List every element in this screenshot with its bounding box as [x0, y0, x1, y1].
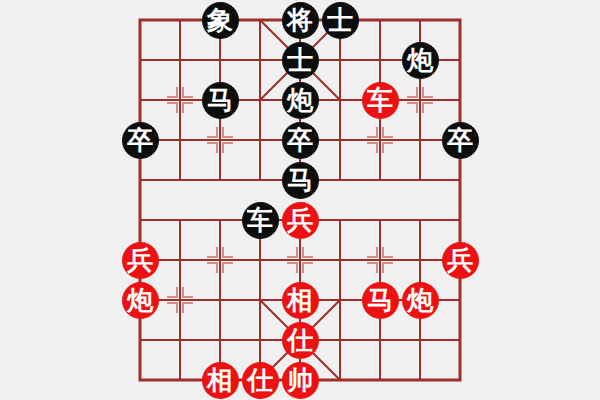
- piece-black-chariot[interactable]: 车: [242, 202, 279, 239]
- xiangqi-board[interactable]: 象将士士炮马炮车卒卒卒马车兵兵兵炮相马炮仕相仕帅: [0, 0, 600, 400]
- piece-red-cannon[interactable]: 炮: [122, 282, 159, 319]
- piece-red-advisor[interactable]: 仕: [242, 362, 279, 399]
- piece-red-chariot[interactable]: 车: [362, 82, 399, 119]
- piece-black-elephant[interactable]: 象: [202, 2, 239, 39]
- piece-black-soldier[interactable]: 卒: [122, 122, 159, 159]
- piece-black-cannon[interactable]: 炮: [402, 42, 439, 79]
- pieces-layer: 象将士士炮马炮车卒卒卒马车兵兵兵炮相马炮仕相仕帅: [0, 0, 600, 400]
- piece-black-horse[interactable]: 马: [282, 162, 319, 199]
- piece-red-advisor[interactable]: 仕: [282, 322, 319, 359]
- piece-red-elephant[interactable]: 相: [202, 362, 239, 399]
- piece-red-elephant[interactable]: 相: [282, 282, 319, 319]
- piece-red-general[interactable]: 帅: [282, 362, 319, 399]
- piece-black-advisor[interactable]: 士: [282, 42, 319, 79]
- piece-black-general[interactable]: 将: [282, 2, 319, 39]
- piece-black-cannon[interactable]: 炮: [282, 82, 319, 119]
- piece-black-advisor[interactable]: 士: [322, 2, 359, 39]
- piece-red-soldier[interactable]: 兵: [442, 242, 479, 279]
- piece-black-soldier[interactable]: 卒: [282, 122, 319, 159]
- piece-red-horse[interactable]: 马: [362, 282, 399, 319]
- piece-red-soldier[interactable]: 兵: [122, 242, 159, 279]
- piece-red-soldier[interactable]: 兵: [282, 202, 319, 239]
- piece-black-horse[interactable]: 马: [202, 82, 239, 119]
- piece-red-cannon[interactable]: 炮: [402, 282, 439, 319]
- piece-black-soldier[interactable]: 卒: [442, 122, 479, 159]
